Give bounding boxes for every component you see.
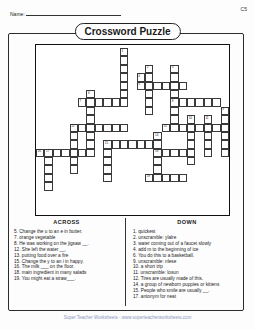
crossword-cell[interactable] <box>145 98 153 106</box>
crossword-cell[interactable] <box>86 107 94 115</box>
crossword-cell[interactable]: 2 <box>145 65 153 73</box>
crossword-cell[interactable] <box>44 157 52 165</box>
crossword-cell[interactable]: 10 <box>187 115 195 123</box>
crossword-cell[interactable] <box>162 174 170 182</box>
empty-cell <box>153 73 161 81</box>
empty-cell <box>53 56 61 64</box>
empty-cell <box>78 157 86 165</box>
empty-cell <box>70 107 78 115</box>
crossword-cell[interactable]: 18 <box>153 149 161 157</box>
crossword-cell[interactable] <box>204 132 212 140</box>
crossword-cell[interactable] <box>120 65 128 73</box>
empty-cell <box>187 48 195 56</box>
crossword-cell[interactable] <box>187 124 195 132</box>
empty-cell <box>44 48 52 56</box>
empty-cell <box>221 157 229 165</box>
empty-cell <box>61 82 69 90</box>
empty-cell <box>179 140 187 148</box>
crossword-cell[interactable] <box>103 174 111 182</box>
crossword-cell[interactable] <box>221 149 229 157</box>
crossword-cell[interactable] <box>187 98 195 106</box>
empty-cell <box>162 132 170 140</box>
crossword-cell[interactable] <box>170 82 178 90</box>
empty-cell <box>95 165 103 173</box>
empty-cell <box>153 98 161 106</box>
empty-cell <box>221 82 229 90</box>
empty-cell <box>195 157 203 165</box>
name-input-line[interactable] <box>26 9 121 16</box>
empty-cell <box>212 182 220 190</box>
empty-cell <box>61 174 69 182</box>
crossword-cell[interactable] <box>112 124 120 132</box>
crossword-cell[interactable] <box>195 98 203 106</box>
crossword-cell[interactable] <box>120 98 128 106</box>
crossword-cell[interactable] <box>44 182 52 190</box>
empty-cell <box>179 107 187 115</box>
down-header: DOWN <box>131 219 243 225</box>
empty-cell <box>61 73 69 81</box>
crossword-cell[interactable] <box>221 132 229 140</box>
empty-cell <box>44 115 52 123</box>
crossword-cell[interactable] <box>204 140 212 148</box>
empty-cell <box>95 115 103 123</box>
empty-cell <box>212 115 220 123</box>
crossword-cell[interactable] <box>70 149 78 157</box>
empty-cell <box>145 48 153 56</box>
empty-cell <box>61 165 69 173</box>
empty-cell <box>179 132 187 140</box>
empty-cell <box>128 149 136 157</box>
empty-cell <box>112 149 120 157</box>
empty-cell <box>36 124 44 132</box>
empty-cell <box>95 174 103 182</box>
empty-cell <box>44 124 52 132</box>
empty-cell <box>53 140 61 148</box>
crossword-cell[interactable] <box>204 124 212 132</box>
empty-cell <box>36 98 44 106</box>
empty-cell <box>61 48 69 56</box>
down-clues-column: DOWN 1. quickest2. unscramble: ylalre3. … <box>126 217 243 307</box>
empty-cell <box>145 56 153 64</box>
crossword-cell[interactable] <box>179 82 187 90</box>
crossword-cell[interactable] <box>120 124 128 132</box>
crossword-cell[interactable] <box>120 56 128 64</box>
empty-cell <box>95 132 103 140</box>
crossword-cell[interactable] <box>128 140 136 148</box>
crossword-grid: 12345678910111213141516171819 <box>36 48 229 191</box>
empty-cell <box>179 157 187 165</box>
empty-cell <box>70 65 78 73</box>
crossword-cell[interactable] <box>120 73 128 81</box>
crossword-cell[interactable] <box>145 82 153 90</box>
name-row: Name: C5 <box>10 9 247 19</box>
crossword-cell[interactable] <box>153 82 161 90</box>
crossword-cell[interactable] <box>61 149 69 157</box>
empty-cell <box>170 56 178 64</box>
empty-cell <box>53 48 61 56</box>
empty-cell <box>95 48 103 56</box>
empty-cell <box>128 174 136 182</box>
empty-cell <box>162 73 170 81</box>
crossword-cell[interactable] <box>153 165 161 173</box>
crossword-cell[interactable] <box>86 132 94 140</box>
empty-cell <box>204 56 212 64</box>
empty-cell <box>204 107 212 115</box>
empty-cell <box>61 140 69 148</box>
empty-cell <box>53 90 61 98</box>
crossword-cell[interactable] <box>153 157 161 165</box>
empty-cell <box>36 132 44 140</box>
empty-cell <box>61 107 69 115</box>
empty-cell <box>128 165 136 173</box>
empty-cell <box>53 165 61 173</box>
crossword-cell[interactable] <box>221 140 229 148</box>
crossword-cell[interactable] <box>170 124 178 132</box>
empty-cell <box>187 65 195 73</box>
crossword-cell[interactable] <box>170 149 178 157</box>
empty-cell <box>78 48 86 56</box>
crossword-cell[interactable] <box>44 174 52 182</box>
empty-cell <box>212 149 220 157</box>
crossword-cell[interactable] <box>145 107 153 115</box>
empty-cell <box>44 56 52 64</box>
empty-cell <box>221 73 229 81</box>
empty-cell <box>128 124 136 132</box>
empty-cell <box>70 98 78 106</box>
crossword-cell[interactable] <box>221 124 229 132</box>
empty-cell <box>70 73 78 81</box>
crossword-cell[interactable]: 17 <box>44 149 52 157</box>
crossword-cell[interactable] <box>145 140 153 148</box>
empty-cell <box>170 182 178 190</box>
crossword-cell[interactable] <box>137 140 145 148</box>
crossword-cell[interactable]: 7 <box>78 98 86 106</box>
crossword-cell[interactable]: 3 <box>170 65 178 73</box>
empty-cell <box>170 157 178 165</box>
empty-cell <box>78 65 86 73</box>
empty-cell <box>153 182 161 190</box>
crossword-cell[interactable] <box>120 82 128 90</box>
empty-cell <box>153 65 161 73</box>
empty-cell <box>153 107 161 115</box>
crossword-cell[interactable] <box>170 174 178 182</box>
cell-number: 11 <box>205 116 208 120</box>
crossword-cell[interactable] <box>95 124 103 132</box>
empty-cell <box>112 73 120 81</box>
empty-cell <box>128 115 136 123</box>
crossword-cell[interactable]: 9 <box>221 107 229 115</box>
cell-number: 7 <box>80 99 82 103</box>
crossword-cell[interactable]: 19 <box>145 174 153 182</box>
empty-cell <box>120 132 128 140</box>
crossword-cell[interactable] <box>86 98 94 106</box>
crossword-cell[interactable] <box>153 140 161 148</box>
crossword-cell[interactable] <box>103 165 111 173</box>
crossword-cell[interactable] <box>53 149 61 157</box>
empty-cell <box>120 165 128 173</box>
empty-cell <box>86 82 94 90</box>
empty-cell <box>162 107 170 115</box>
crossword-cell[interactable]: 14 <box>153 132 161 140</box>
empty-cell <box>145 132 153 140</box>
empty-cell <box>95 73 103 81</box>
empty-cell <box>120 182 128 190</box>
crossword-cell[interactable] <box>70 157 78 165</box>
empty-cell <box>70 56 78 64</box>
empty-cell <box>86 65 94 73</box>
empty-cell <box>179 48 187 56</box>
empty-cell <box>95 157 103 165</box>
empty-cell <box>128 73 136 81</box>
crossword-cell[interactable] <box>86 149 94 157</box>
crossword-cell[interactable] <box>187 132 195 140</box>
crossword-cell[interactable]: 16 <box>36 149 44 157</box>
empty-cell <box>195 132 203 140</box>
empty-cell <box>53 124 61 132</box>
empty-cell <box>204 182 212 190</box>
empty-cell <box>137 182 145 190</box>
crossword-cell[interactable]: 1 <box>120 48 128 56</box>
crossword-cell[interactable] <box>103 149 111 157</box>
empty-cell <box>137 65 145 73</box>
empty-cell <box>204 157 212 165</box>
crossword-cell[interactable] <box>70 132 78 140</box>
empty-cell <box>70 48 78 56</box>
empty-cell <box>112 65 120 73</box>
empty-cell <box>78 107 86 115</box>
empty-cell <box>53 157 61 165</box>
empty-cell <box>86 157 94 165</box>
empty-cell <box>95 90 103 98</box>
empty-cell <box>61 157 69 165</box>
cell-number: 12 <box>71 124 74 128</box>
crossword-cell[interactable] <box>179 124 187 132</box>
empty-cell <box>78 174 86 182</box>
crossword-cell[interactable] <box>187 140 195 148</box>
crossword-cell[interactable] <box>145 90 153 98</box>
crossword-cell[interactable] <box>162 82 170 90</box>
empty-cell <box>212 65 220 73</box>
empty-cell <box>137 157 145 165</box>
empty-cell <box>221 48 229 56</box>
crossword-cell[interactable]: 8 <box>170 98 178 106</box>
empty-cell <box>61 98 69 106</box>
empty-cell <box>128 65 136 73</box>
crossword-cell[interactable] <box>170 115 178 123</box>
empty-cell <box>44 73 52 81</box>
crossword-cell[interactable] <box>78 149 86 157</box>
empty-cell <box>53 107 61 115</box>
crossword-cell[interactable]: 15 <box>103 140 111 148</box>
empty-cell <box>36 182 44 190</box>
empty-cell <box>120 157 128 165</box>
empty-cell <box>112 107 120 115</box>
empty-cell <box>179 56 187 64</box>
crossword-cell[interactable] <box>221 115 229 123</box>
empty-cell <box>179 115 187 123</box>
empty-cell <box>137 56 145 64</box>
crossword-cell[interactable] <box>112 140 120 148</box>
empty-cell <box>95 82 103 90</box>
empty-cell <box>187 107 195 115</box>
cell-number: 17 <box>46 149 49 153</box>
empty-cell <box>145 157 153 165</box>
empty-cell <box>78 56 86 64</box>
cell-number: 8 <box>172 99 174 103</box>
empty-cell <box>36 115 44 123</box>
crossword-cell[interactable] <box>187 149 195 157</box>
empty-cell <box>36 56 44 64</box>
empty-cell <box>170 140 178 148</box>
empty-cell <box>86 48 94 56</box>
empty-cell <box>221 98 229 106</box>
crossword-cell[interactable] <box>170 107 178 115</box>
empty-cell <box>137 165 145 173</box>
crossword-cell[interactable] <box>204 98 212 106</box>
crossword-cell[interactable] <box>170 73 178 81</box>
empty-cell <box>137 107 145 115</box>
empty-cell <box>153 124 161 132</box>
empty-cell <box>187 82 195 90</box>
crossword-cell[interactable] <box>86 115 94 123</box>
empty-cell <box>112 82 120 90</box>
empty-cell <box>212 48 220 56</box>
crossword-cell[interactable] <box>103 157 111 165</box>
cell-number: 1 <box>122 49 124 53</box>
empty-cell <box>137 115 145 123</box>
empty-cell <box>120 115 128 123</box>
crossword-cell[interactable] <box>212 124 220 132</box>
crossword-cell[interactable] <box>179 98 187 106</box>
empty-cell <box>53 182 61 190</box>
crossword-cell[interactable] <box>145 73 153 81</box>
crossword-cell[interactable] <box>103 124 111 132</box>
empty-cell <box>179 65 187 73</box>
empty-cell <box>95 140 103 148</box>
empty-cell <box>179 73 187 81</box>
clue-across-19: 19. You might eat a straw___. <box>14 276 121 282</box>
empty-cell <box>137 48 145 56</box>
empty-cell <box>137 98 145 106</box>
crossword-cell[interactable]: 11 <box>204 115 212 123</box>
empty-cell <box>44 98 52 106</box>
empty-cell <box>179 90 187 98</box>
empty-cell <box>195 56 203 64</box>
empty-cell <box>195 107 203 115</box>
crossword-cell[interactable]: 6 <box>86 90 94 98</box>
cell-number: 4 <box>138 74 140 78</box>
empty-cell <box>162 165 170 173</box>
crossword-cell[interactable] <box>78 124 86 132</box>
crossword-cell[interactable] <box>195 124 203 132</box>
empty-cell <box>112 132 120 140</box>
empty-cell <box>212 82 220 90</box>
crossword-cell[interactable] <box>95 98 103 106</box>
empty-cell <box>195 48 203 56</box>
empty-cell <box>137 149 145 157</box>
empty-cell <box>44 140 52 148</box>
crossword-cell[interactable] <box>120 90 128 98</box>
empty-cell <box>61 124 69 132</box>
crossword-cell[interactable] <box>112 98 120 106</box>
empty-cell <box>70 90 78 98</box>
empty-cell <box>212 107 220 115</box>
crossword-grid-box: 12345678910111213141516171819 <box>35 44 230 216</box>
crossword-cell[interactable]: 12 <box>70 124 78 132</box>
empty-cell <box>128 157 136 165</box>
empty-cell <box>53 115 61 123</box>
empty-cell <box>112 90 120 98</box>
empty-cell <box>78 182 86 190</box>
crossword-cell[interactable] <box>170 90 178 98</box>
empty-cell <box>61 65 69 73</box>
empty-cell <box>187 56 195 64</box>
cell-number: 5 <box>138 82 140 86</box>
crossword-cell[interactable] <box>179 149 187 157</box>
empty-cell <box>187 73 195 81</box>
empty-cell <box>36 82 44 90</box>
empty-cell <box>112 174 120 182</box>
across-clues-column: ACROSS 5. Change the u to an e in butter… <box>12 217 125 307</box>
empty-cell <box>78 132 86 140</box>
crossword-cell[interactable] <box>86 124 94 132</box>
empty-cell <box>212 157 220 165</box>
cell-number: 9 <box>222 107 224 111</box>
empty-cell <box>36 48 44 56</box>
empty-cell <box>103 90 111 98</box>
crossword-cell[interactable]: 13 <box>162 124 170 132</box>
crossword-cell[interactable]: 4 <box>137 73 145 81</box>
crossword-cell[interactable] <box>86 140 94 148</box>
empty-cell <box>195 140 203 148</box>
empty-cell <box>195 174 203 182</box>
empty-cell <box>162 140 170 148</box>
crossword-cell[interactable] <box>70 140 78 148</box>
page-title-text: Crossword Puzzle <box>84 26 170 37</box>
empty-cell <box>86 165 94 173</box>
empty-cell <box>195 182 203 190</box>
crossword-cell[interactable] <box>153 174 161 182</box>
empty-cell <box>112 157 120 165</box>
empty-cell <box>195 90 203 98</box>
crossword-cell[interactable] <box>70 165 78 173</box>
empty-cell <box>70 182 78 190</box>
empty-cell <box>112 182 120 190</box>
empty-cell <box>204 165 212 173</box>
empty-cell <box>36 174 44 182</box>
empty-cell <box>204 90 212 98</box>
empty-cell <box>95 107 103 115</box>
crossword-cell[interactable] <box>212 98 220 106</box>
crossword-cell[interactable] <box>162 149 170 157</box>
empty-cell <box>78 73 86 81</box>
empty-cell <box>212 165 220 173</box>
crossword-cell[interactable] <box>179 174 187 182</box>
empty-cell <box>86 56 94 64</box>
empty-cell <box>179 165 187 173</box>
crossword-cell[interactable] <box>44 165 52 173</box>
crossword-cell[interactable] <box>204 149 212 157</box>
empty-cell <box>212 140 220 148</box>
empty-cell <box>187 90 195 98</box>
empty-cell <box>162 48 170 56</box>
empty-cell <box>86 182 94 190</box>
crossword-cell[interactable] <box>120 140 128 148</box>
empty-cell <box>221 165 229 173</box>
crossword-cell[interactable] <box>187 157 195 165</box>
crossword-cell[interactable]: 5 <box>137 82 145 90</box>
crossword-cell[interactable] <box>103 98 111 106</box>
